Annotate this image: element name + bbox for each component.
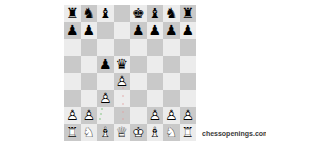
square-h7[interactable]: ♟ [180, 22, 197, 39]
square-d8[interactable] [114, 5, 131, 22]
piece-white-pawn: ♟♙ [147, 107, 164, 124]
square-f3[interactable] [147, 90, 164, 107]
square-c6[interactable] [97, 39, 114, 56]
piece-white-pawn: ♟♙ [81, 107, 98, 124]
piece-outline: ♙ [147, 107, 164, 124]
square-g7[interactable]: ♟ [163, 22, 180, 39]
piece-black-bishop: ♝ [147, 5, 164, 22]
square-a4[interactable] [64, 73, 81, 90]
square-h1[interactable]: ♜♖ [180, 124, 197, 141]
watermark-text: chessopenings.com [202, 130, 266, 137]
piece-black-pawn: ♟ [81, 22, 98, 39]
piece-outline: ♙ [163, 107, 180, 124]
piece-outline: ♖ [64, 124, 81, 141]
square-h2[interactable]: ♟♙ [180, 107, 197, 124]
piece-black-king: ♚ [130, 5, 147, 22]
square-b1[interactable]: ♞♘ [81, 124, 98, 141]
square-g3[interactable] [163, 90, 180, 107]
square-d7[interactable] [114, 22, 131, 39]
square-h3[interactable] [180, 90, 197, 107]
square-a8[interactable]: ♜ [64, 5, 81, 22]
square-a3[interactable] [64, 90, 81, 107]
piece-black-pawn: ♟ [147, 22, 164, 39]
square-e2[interactable] [130, 107, 147, 124]
square-d1[interactable]: ♛♕ [114, 124, 131, 141]
piece-white-pawn: ♟♙ [64, 107, 81, 124]
piece-black-pawn: ♟ [180, 22, 197, 39]
piece-white-rook: ♜♖ [64, 124, 81, 141]
square-g1[interactable]: ♞♘ [163, 124, 180, 141]
square-g2[interactable]: ♟♙ [163, 107, 180, 124]
piece-outline: ♕ [114, 124, 131, 141]
square-h4[interactable] [180, 73, 197, 90]
square-g5[interactable] [163, 56, 180, 73]
square-a6[interactable] [64, 39, 81, 56]
piece-white-king: ♚♔ [130, 124, 147, 141]
piece-black-knight: ♞ [81, 5, 98, 22]
piece-outline: ♗ [97, 124, 114, 141]
square-f5[interactable] [147, 56, 164, 73]
piece-black-rook: ♜ [180, 5, 197, 22]
piece-outline: ♙ [180, 107, 197, 124]
square-a5[interactable] [64, 56, 81, 73]
square-c7[interactable] [97, 22, 114, 39]
square-h5[interactable] [180, 56, 197, 73]
square-b4[interactable] [81, 73, 98, 90]
square-a2[interactable]: ♟♙ [64, 107, 81, 124]
square-f1[interactable]: ♝♗ [147, 124, 164, 141]
piece-white-knight: ♞♘ [163, 124, 180, 141]
piece-black-pawn: ♟ [130, 22, 147, 39]
square-h8[interactable]: ♜ [180, 5, 197, 22]
white-last-move-trail-c2 [99, 118, 101, 120]
square-b8[interactable]: ♞ [81, 5, 98, 22]
piece-outline: ♘ [81, 124, 98, 141]
piece-outline: ♘ [163, 124, 180, 141]
square-g8[interactable]: ♞ [163, 5, 180, 22]
square-d2[interactable] [114, 107, 131, 124]
piece-outline: ♙ [64, 107, 81, 124]
piece-white-knight: ♞♘ [81, 124, 98, 141]
square-a7[interactable]: ♟ [64, 22, 81, 39]
square-f8[interactable]: ♝ [147, 5, 164, 22]
square-e6[interactable] [130, 39, 147, 56]
square-c2[interactable] [97, 107, 114, 124]
square-e1[interactable]: ♚♔ [130, 124, 147, 141]
square-e4[interactable] [130, 73, 147, 90]
piece-black-rook: ♜ [64, 5, 81, 22]
square-d5[interactable]: ♛ [114, 56, 131, 73]
square-b2[interactable]: ♟♙ [81, 107, 98, 124]
piece-white-queen: ♛♕ [114, 124, 131, 141]
piece-white-pawn: ♟♙ [180, 107, 197, 124]
square-b5[interactable] [81, 56, 98, 73]
piece-white-pawn: ♟♙ [163, 107, 180, 124]
square-c8[interactable]: ♝ [97, 5, 114, 22]
piece-black-pawn: ♟ [163, 22, 180, 39]
white-previous-move-trail-d3-d2 [122, 118, 124, 120]
square-g4[interactable] [163, 73, 180, 90]
square-f2[interactable]: ♟♙ [147, 107, 164, 124]
square-h6[interactable] [180, 39, 197, 56]
piece-black-pawn: ♟ [64, 22, 81, 39]
piece-white-pawn: ♟♙ [97, 90, 114, 107]
piece-white-bishop: ♝♗ [97, 124, 114, 141]
square-e5[interactable] [130, 56, 147, 73]
square-b3[interactable] [81, 90, 98, 107]
white-last-move-trail-c2 [101, 108, 103, 110]
piece-white-rook: ♜♖ [180, 124, 197, 141]
piece-black-pawn: ♟ [97, 56, 114, 73]
piece-outline: ♖ [180, 124, 197, 141]
square-c3[interactable]: ♟♙ [97, 90, 114, 107]
piece-black-knight: ♞ [163, 5, 180, 22]
square-a1[interactable]: ♜♖ [64, 124, 81, 141]
piece-black-bishop: ♝ [97, 5, 114, 22]
piece-outline: ♔ [130, 124, 147, 141]
square-f6[interactable] [147, 39, 164, 56]
square-e7[interactable]: ♟ [130, 22, 147, 39]
piece-outline: ♙ [97, 90, 114, 107]
square-f7[interactable]: ♟ [147, 22, 164, 39]
white-previous-move-trail-d3-d2 [122, 103, 124, 105]
square-e3[interactable] [130, 90, 147, 107]
square-c4[interactable] [97, 73, 114, 90]
piece-outline: ♙ [81, 107, 98, 124]
piece-black-queen: ♛ [114, 56, 131, 73]
chess-board: ♜♞♝♚♝♞♜♟♟♟♟♟♟♟♛♟♙♟♙♟♙♟♙♟♙♟♙♟♙♜♖♞♘♝♗♛♕♚♔♝… [64, 5, 196, 141]
white-previous-move-trail-d3-d2 [122, 87, 124, 89]
square-g6[interactable] [163, 39, 180, 56]
square-e8[interactable]: ♚ [130, 5, 147, 22]
white-previous-move-trail-d3-d2 [122, 95, 124, 97]
square-b7[interactable]: ♟ [81, 22, 98, 39]
square-d6[interactable] [114, 39, 131, 56]
white-last-move-trail-c2 [100, 113, 102, 115]
square-c5[interactable]: ♟ [97, 56, 114, 73]
piece-outline: ♗ [147, 124, 164, 141]
white-previous-move-trail-d3-d2 [122, 111, 124, 113]
square-f4[interactable] [147, 73, 164, 90]
piece-white-bishop: ♝♗ [147, 124, 164, 141]
square-b6[interactable] [81, 39, 98, 56]
square-c1[interactable]: ♝♗ [97, 124, 114, 141]
